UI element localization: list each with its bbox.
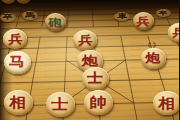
piece-glyph: 士 bbox=[87, 71, 103, 84]
piece-glyph: 兵 bbox=[137, 16, 150, 27]
piece-glyph: 士 bbox=[52, 97, 69, 111]
xiangqi-board-photo: 卒馬砲車卒兵兵兵兵马炮炮士相士帥相 bbox=[0, 0, 179, 120]
piece-glyph: 炮 bbox=[146, 52, 161, 64]
piece-red-pawn-g7[interactable]: 兵 bbox=[133, 12, 154, 30]
piece-black-rook-a10-cut[interactable] bbox=[1, 0, 16, 4]
pieces-layer: 卒馬砲車卒兵兵兵兵马炮炮士相士帥相 bbox=[0, 0, 179, 120]
piece-red-horse-b3[interactable]: 马 bbox=[4, 51, 31, 74]
piece-red-pawn-a5[interactable]: 兵 bbox=[3, 29, 27, 49]
piece-black-horse-b8[interactable]: 馬 bbox=[22, 11, 38, 20]
piece-glyph: 兵 bbox=[8, 33, 22, 44]
piece-glyph: 马 bbox=[9, 55, 25, 68]
piece-black-pawn-h8[interactable]: 卒 bbox=[156, 9, 171, 17]
piece-glyph: 相 bbox=[159, 96, 176, 110]
piece-red-king-e1[interactable]: 帥 bbox=[84, 90, 113, 115]
piece-red-cannon-g3[interactable]: 炮 bbox=[141, 48, 166, 69]
piece-red-elephant-c1[interactable]: 相 bbox=[4, 90, 33, 115]
piece-glyph: 相 bbox=[10, 95, 27, 109]
piece-glyph: 卒 bbox=[3, 14, 13, 20]
piece-glyph: 帥 bbox=[90, 95, 107, 109]
piece-red-pawn-e5[interactable]: 兵 bbox=[73, 30, 97, 50]
piece-glyph: 砲 bbox=[49, 17, 62, 28]
piece-glyph: 車 bbox=[117, 13, 127, 19]
piece-glyph: 炮 bbox=[82, 54, 98, 67]
piece-black-pawn-a7[interactable]: 卒 bbox=[0, 13, 16, 22]
piece-red-advisor-d1[interactable]: 士 bbox=[46, 92, 75, 117]
piece-red-pawn-i4-cut[interactable]: 兵 bbox=[168, 23, 179, 42]
piece-red-elephant-g1[interactable]: 相 bbox=[153, 91, 179, 115]
piece-black-horse-b10-cut[interactable] bbox=[16, 0, 31, 4]
piece-glyph: 馬 bbox=[25, 12, 35, 18]
piece-black-cannon-c7[interactable]: 砲 bbox=[45, 13, 66, 31]
piece-red-advisor-e2[interactable]: 士 bbox=[82, 67, 109, 90]
piece-glyph: 兵 bbox=[173, 27, 180, 38]
piece-glyph: 兵 bbox=[78, 34, 92, 45]
piece-glyph: 卒 bbox=[159, 10, 168, 16]
piece-black-rook-f8[interactable]: 車 bbox=[114, 12, 130, 21]
